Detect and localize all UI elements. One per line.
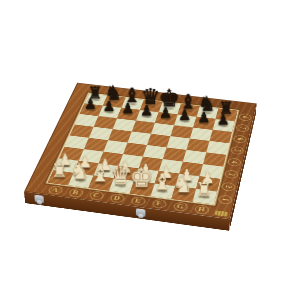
rank-label-text-1: 1 bbox=[216, 194, 232, 204]
file-label-text-g: G bbox=[171, 201, 187, 211]
rank-label-text-5: 5 bbox=[229, 145, 244, 154]
rank-label-4: 4 bbox=[225, 155, 242, 169]
photo-backdrop: ♜♞♝♛♚♝♞♜♟♟♟♟♟♟♟♟♟♟♟♟♟♟♟♟♜♞♝♛♚♝♞♜ ABCDEFG… bbox=[0, 0, 285, 285]
piece-black-pawn-f7[interactable]: ♟ bbox=[178, 108, 191, 123]
piece-white-knight-g1[interactable]: ♞ bbox=[172, 174, 192, 196]
rank-label-1: 1 bbox=[215, 191, 233, 206]
square-h6[interactable] bbox=[209, 129, 232, 143]
file-label-text-h: H bbox=[193, 203, 209, 214]
rank-label-text-8: 8 bbox=[237, 112, 251, 120]
file-label-text-a: A bbox=[46, 184, 63, 194]
file-label-text-d: D bbox=[108, 192, 125, 202]
file-label-d: D bbox=[104, 191, 128, 203]
square-g5[interactable] bbox=[186, 138, 209, 152]
piece-white-rook-a1[interactable]: ♜ bbox=[50, 161, 67, 180]
square-a5[interactable] bbox=[69, 124, 93, 137]
piece-white-king-e1[interactable]: ♚ bbox=[129, 164, 153, 190]
maker-mark-icon bbox=[214, 210, 228, 216]
piece-black-pawn-g7[interactable]: ♟ bbox=[197, 110, 210, 125]
square-f5[interactable] bbox=[166, 136, 189, 150]
file-label-e: E bbox=[125, 194, 149, 206]
rank-label-text-4: 4 bbox=[226, 157, 241, 166]
rank-label-3: 3 bbox=[222, 166, 239, 180]
square-g7[interactable]: ♟ bbox=[193, 116, 215, 129]
rank-label-2: 2 bbox=[219, 179, 237, 194]
square-b6[interactable] bbox=[93, 116, 116, 129]
square-b5[interactable] bbox=[88, 126, 112, 139]
file-label-f: F bbox=[146, 197, 170, 209]
square-f6[interactable] bbox=[170, 125, 193, 138]
file-label-text-e: E bbox=[129, 195, 146, 205]
rank-label-text-7: 7 bbox=[234, 123, 248, 132]
piece-black-pawn-h7[interactable]: ♟ bbox=[216, 113, 229, 128]
piece-white-rook-h1[interactable]: ♜ bbox=[195, 180, 212, 199]
board-grid: ♜♞♝♛♚♝♞♜♟♟♟♟♟♟♟♟♟♟♟♟♟♟♟♟♜♞♝♛♚♝♞♜ bbox=[47, 93, 237, 204]
square-d4[interactable] bbox=[123, 142, 147, 156]
rank-label-text-6: 6 bbox=[232, 134, 247, 143]
square-b1[interactable]: ♞ bbox=[67, 172, 93, 187]
file-label-h: H bbox=[189, 203, 213, 215]
file-label-text-f: F bbox=[150, 198, 166, 208]
piece-black-pawn-b7[interactable]: ♟ bbox=[102, 99, 115, 113]
piece-white-bishop-f1[interactable]: ♝ bbox=[151, 171, 171, 193]
square-e5[interactable] bbox=[147, 133, 170, 147]
latch-icon-left bbox=[34, 194, 44, 203]
piece-white-knight-b1[interactable]: ♞ bbox=[69, 161, 89, 183]
square-h1[interactable]: ♜ bbox=[192, 188, 217, 204]
square-g1[interactable]: ♞ bbox=[171, 186, 196, 202]
file-label-c: C bbox=[84, 189, 108, 201]
chess-board: ♜♞♝♛♚♝♞♜♟♟♟♟♟♟♟♟♟♟♟♟♟♟♟♟♜♞♝♛♚♝♞♜ ABCDEFG… bbox=[23, 82, 256, 218]
piece-black-pawn-e7[interactable]: ♟ bbox=[159, 106, 172, 121]
file-label-g: G bbox=[168, 200, 192, 212]
piece-black-pawn-c7[interactable]: ♟ bbox=[121, 102, 134, 116]
latch-icon-center bbox=[135, 208, 144, 217]
square-e1[interactable]: ♚ bbox=[129, 180, 154, 195]
file-label-text-c: C bbox=[87, 190, 104, 200]
square-b4[interactable] bbox=[83, 137, 107, 151]
rank-label-text-2: 2 bbox=[220, 181, 236, 191]
piece-white-bishop-c1[interactable]: ♝ bbox=[90, 163, 110, 185]
rank-label-text-3: 3 bbox=[223, 169, 238, 179]
rank-label-5: 5 bbox=[228, 143, 245, 156]
scene: ♜♞♝♛♚♝♞♜♟♟♟♟♟♟♟♟♟♟♟♟♟♟♟♟♜♞♝♛♚♝♞♜ ABCDEFG… bbox=[0, 0, 285, 285]
piece-white-queen-d1[interactable]: ♛ bbox=[109, 164, 131, 188]
file-label-text-b: B bbox=[67, 187, 84, 197]
piece-black-pawn-d7[interactable]: ♟ bbox=[140, 104, 153, 118]
square-a6[interactable] bbox=[74, 113, 98, 126]
square-h7[interactable]: ♟ bbox=[212, 119, 234, 132]
file-label-b: B bbox=[63, 186, 87, 198]
square-g6[interactable] bbox=[189, 127, 212, 140]
piece-black-pawn-a7[interactable]: ♟ bbox=[83, 97, 96, 111]
